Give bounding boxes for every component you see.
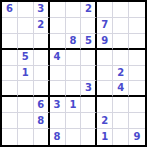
cell-r9c9[interactable]: 9 bbox=[129, 129, 145, 145]
cell-r9c6[interactable] bbox=[81, 129, 97, 145]
cell-r2c7[interactable]: 7 bbox=[97, 18, 113, 34]
cell-r6c4[interactable] bbox=[50, 81, 66, 97]
cell-r3c2[interactable] bbox=[18, 34, 34, 50]
cell-r2c8[interactable] bbox=[113, 18, 129, 34]
cell-r5c6[interactable] bbox=[81, 66, 97, 82]
cell-r1c7[interactable] bbox=[97, 2, 113, 18]
cell-r5c4[interactable] bbox=[50, 66, 66, 82]
cell-r7c2[interactable] bbox=[18, 97, 34, 113]
cell-r4c5[interactable] bbox=[66, 50, 82, 66]
cell-r4c4[interactable]: 4 bbox=[50, 50, 66, 66]
cell-r4c3[interactable] bbox=[34, 50, 50, 66]
cell-r1c8[interactable] bbox=[113, 2, 129, 18]
cell-r4c7[interactable] bbox=[97, 50, 113, 66]
cell-r5c8[interactable]: 2 bbox=[113, 66, 129, 82]
cell-r7c4[interactable]: 3 bbox=[50, 97, 66, 113]
cell-r1c4[interactable] bbox=[50, 2, 66, 18]
cell-r1c6[interactable]: 2 bbox=[81, 2, 97, 18]
cell-r9c1[interactable] bbox=[2, 129, 18, 145]
cell-r2c3[interactable]: 2 bbox=[34, 18, 50, 34]
cell-r1c2[interactable] bbox=[18, 2, 34, 18]
cell-r4c9[interactable] bbox=[129, 50, 145, 66]
cell-r7c3[interactable]: 6 bbox=[34, 97, 50, 113]
cell-r9c4[interactable]: 8 bbox=[50, 129, 66, 145]
cell-r8c8[interactable] bbox=[113, 113, 129, 129]
cell-r7c9[interactable] bbox=[129, 97, 145, 113]
cell-r8c6[interactable] bbox=[81, 113, 97, 129]
cell-r6c6[interactable]: 3 bbox=[81, 81, 97, 97]
cell-r8c7[interactable]: 2 bbox=[97, 113, 113, 129]
cell-r7c5[interactable]: 1 bbox=[66, 97, 82, 113]
cell-r6c9[interactable] bbox=[129, 81, 145, 97]
cell-r9c5[interactable] bbox=[66, 129, 82, 145]
cell-r5c2[interactable]: 1 bbox=[18, 66, 34, 82]
cell-r2c2[interactable] bbox=[18, 18, 34, 34]
cell-r2c1[interactable] bbox=[2, 18, 18, 34]
cell-r3c4[interactable] bbox=[50, 34, 66, 50]
cell-r6c5[interactable] bbox=[66, 81, 82, 97]
cell-r6c8[interactable]: 4 bbox=[113, 81, 129, 97]
cell-r8c4[interactable] bbox=[50, 113, 66, 129]
cell-r6c3[interactable] bbox=[34, 81, 50, 97]
cell-r7c7[interactable] bbox=[97, 97, 113, 113]
cell-r8c1[interactable] bbox=[2, 113, 18, 129]
cell-r9c2[interactable] bbox=[18, 129, 34, 145]
cell-r9c8[interactable] bbox=[113, 129, 129, 145]
cell-r2c9[interactable] bbox=[129, 18, 145, 34]
cell-r3c9[interactable] bbox=[129, 34, 145, 50]
cell-r2c5[interactable] bbox=[66, 18, 82, 34]
cell-r8c5[interactable] bbox=[66, 113, 82, 129]
cell-r4c2[interactable]: 5 bbox=[18, 50, 34, 66]
cell-r3c8[interactable] bbox=[113, 34, 129, 50]
cell-r1c9[interactable] bbox=[129, 2, 145, 18]
cell-r5c3[interactable] bbox=[34, 66, 50, 82]
cell-r2c4[interactable] bbox=[50, 18, 66, 34]
cell-r1c1[interactable]: 6 bbox=[2, 2, 18, 18]
cell-r9c7[interactable]: 1 bbox=[97, 129, 113, 145]
cell-r7c6[interactable] bbox=[81, 97, 97, 113]
cell-r8c2[interactable] bbox=[18, 113, 34, 129]
cell-r4c1[interactable] bbox=[2, 50, 18, 66]
cell-r7c1[interactable] bbox=[2, 97, 18, 113]
cell-r7c8[interactable] bbox=[113, 97, 129, 113]
cell-r3c6[interactable]: 5 bbox=[81, 34, 97, 50]
cell-r6c7[interactable] bbox=[97, 81, 113, 97]
cell-r2c6[interactable] bbox=[81, 18, 97, 34]
cell-r3c3[interactable] bbox=[34, 34, 50, 50]
cell-r5c9[interactable] bbox=[129, 66, 145, 82]
cell-r3c1[interactable] bbox=[2, 34, 18, 50]
cell-r6c1[interactable] bbox=[2, 81, 18, 97]
cell-r4c8[interactable] bbox=[113, 50, 129, 66]
cell-r8c9[interactable] bbox=[129, 113, 145, 129]
cell-r5c1[interactable] bbox=[2, 66, 18, 82]
sudoku-board: 6322785954123463182819 bbox=[0, 0, 147, 147]
cell-r1c3[interactable]: 3 bbox=[34, 2, 50, 18]
cell-r3c7[interactable]: 9 bbox=[97, 34, 113, 50]
cell-r4c6[interactable] bbox=[81, 50, 97, 66]
cell-r9c3[interactable] bbox=[34, 129, 50, 145]
cell-r5c7[interactable] bbox=[97, 66, 113, 82]
cell-r5c5[interactable] bbox=[66, 66, 82, 82]
cell-r3c5[interactable]: 8 bbox=[66, 34, 82, 50]
cell-r6c2[interactable] bbox=[18, 81, 34, 97]
cell-r8c3[interactable]: 8 bbox=[34, 113, 50, 129]
cell-r1c5[interactable] bbox=[66, 2, 82, 18]
